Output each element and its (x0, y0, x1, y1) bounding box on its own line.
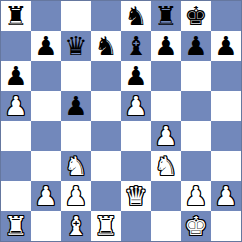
square-e6[interactable]: ♟ (121, 61, 151, 91)
square-b8[interactable] (31, 1, 61, 31)
square-c8[interactable] (61, 1, 91, 31)
piece-white-queen: ♛ (124, 183, 147, 209)
square-a6[interactable]: ♟ (1, 61, 31, 91)
square-a5[interactable]: ♟ (1, 91, 31, 121)
square-b2[interactable]: ♟ (31, 181, 61, 211)
square-c4[interactable] (61, 121, 91, 151)
square-a4[interactable] (1, 121, 31, 151)
piece-black-rook: ♜ (4, 3, 27, 29)
piece-white-pawn: ♟ (124, 93, 147, 119)
piece-white-rook: ♜ (4, 213, 27, 239)
square-c7[interactable]: ♛ (61, 31, 91, 61)
square-c6[interactable] (61, 61, 91, 91)
square-d7[interactable]: ♞ (91, 31, 121, 61)
square-c3[interactable]: ♞ (61, 151, 91, 181)
piece-white-pawn: ♟ (184, 183, 207, 209)
square-h1[interactable] (211, 211, 241, 241)
square-a1[interactable]: ♜ (1, 211, 31, 241)
square-b7[interactable]: ♟ (31, 31, 61, 61)
piece-black-queen: ♛ (64, 33, 87, 59)
square-f2[interactable] (151, 181, 181, 211)
piece-black-pawn: ♟ (34, 33, 57, 59)
square-a8[interactable]: ♜ (1, 1, 31, 31)
square-d6[interactable] (91, 61, 121, 91)
square-e4[interactable] (121, 121, 151, 151)
square-f8[interactable]: ♜ (151, 1, 181, 31)
piece-white-bishop: ♝ (64, 213, 87, 239)
square-e3[interactable] (121, 151, 151, 181)
square-b6[interactable] (31, 61, 61, 91)
square-h3[interactable] (211, 151, 241, 181)
square-d1[interactable]: ♜ (91, 211, 121, 241)
piece-white-pawn: ♟ (4, 93, 27, 119)
square-d8[interactable] (91, 1, 121, 31)
piece-black-rook: ♜ (154, 3, 177, 29)
piece-white-knight: ♞ (64, 153, 87, 179)
piece-black-knight: ♞ (94, 33, 117, 59)
piece-white-knight: ♞ (154, 153, 177, 179)
square-b5[interactable] (31, 91, 61, 121)
square-c5[interactable]: ♟ (61, 91, 91, 121)
square-e7[interactable]: ♝ (121, 31, 151, 61)
square-b1[interactable] (31, 211, 61, 241)
piece-black-king: ♚ (184, 3, 207, 29)
square-e5[interactable]: ♟ (121, 91, 151, 121)
square-h2[interactable]: ♟ (211, 181, 241, 211)
square-e8[interactable]: ♞ (121, 1, 151, 31)
square-g5[interactable] (181, 91, 211, 121)
square-b3[interactable] (31, 151, 61, 181)
square-d4[interactable] (91, 121, 121, 151)
square-g4[interactable] (181, 121, 211, 151)
square-h5[interactable] (211, 91, 241, 121)
square-e2[interactable]: ♛ (121, 181, 151, 211)
piece-white-rook: ♜ (94, 213, 117, 239)
piece-black-knight: ♞ (124, 3, 147, 29)
piece-white-pawn: ♟ (154, 123, 177, 149)
square-f7[interactable]: ♟ (151, 31, 181, 61)
square-e1[interactable] (121, 211, 151, 241)
piece-white-king: ♚ (184, 213, 207, 239)
square-h4[interactable] (211, 121, 241, 151)
square-d3[interactable] (91, 151, 121, 181)
square-g2[interactable]: ♟ (181, 181, 211, 211)
square-g1[interactable]: ♚ (181, 211, 211, 241)
square-h6[interactable] (211, 61, 241, 91)
square-d5[interactable] (91, 91, 121, 121)
chess-board: ♜♞♜♚♟♛♞♝♟♟♟♟♟♟♟♟♟♞♞♟♟♛♟♟♜♝♜♚ (0, 0, 242, 242)
square-h8[interactable] (211, 1, 241, 31)
square-d2[interactable] (91, 181, 121, 211)
square-a3[interactable] (1, 151, 31, 181)
square-c1[interactable]: ♝ (61, 211, 91, 241)
square-g7[interactable]: ♟ (181, 31, 211, 61)
piece-white-pawn: ♟ (214, 183, 237, 209)
piece-black-pawn: ♟ (184, 33, 207, 59)
piece-black-bishop: ♝ (124, 33, 147, 59)
piece-black-pawn: ♟ (154, 33, 177, 59)
square-f5[interactable] (151, 91, 181, 121)
square-g3[interactable] (181, 151, 211, 181)
square-f6[interactable] (151, 61, 181, 91)
square-a7[interactable] (1, 31, 31, 61)
square-b4[interactable] (31, 121, 61, 151)
square-f4[interactable]: ♟ (151, 121, 181, 151)
square-a2[interactable] (1, 181, 31, 211)
square-h7[interactable]: ♟ (211, 31, 241, 61)
square-g6[interactable] (181, 61, 211, 91)
square-c2[interactable]: ♟ (61, 181, 91, 211)
piece-white-pawn: ♟ (34, 183, 57, 209)
piece-black-pawn: ♟ (4, 63, 27, 89)
piece-black-pawn: ♟ (64, 93, 87, 119)
square-f3[interactable]: ♞ (151, 151, 181, 181)
piece-black-pawn: ♟ (124, 63, 147, 89)
square-f1[interactable] (151, 211, 181, 241)
piece-black-pawn: ♟ (214, 33, 237, 59)
square-g8[interactable]: ♚ (181, 1, 211, 31)
piece-white-pawn: ♟ (64, 183, 87, 209)
